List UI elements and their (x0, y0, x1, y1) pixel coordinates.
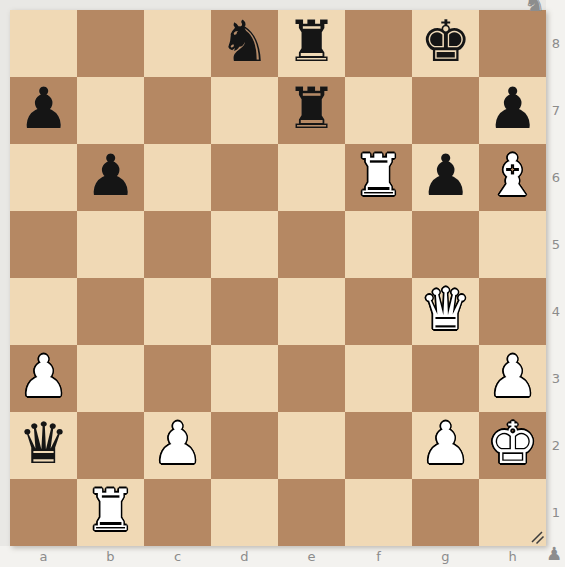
square-a1[interactable] (10, 479, 77, 546)
square-f6[interactable]: ♜ (345, 144, 412, 211)
square-c5[interactable] (144, 211, 211, 278)
square-b2[interactable] (77, 412, 144, 479)
rank-label-3: 3 (548, 345, 564, 412)
square-f3[interactable] (345, 345, 412, 412)
white-bishop-h6[interactable]: ♝ (487, 142, 538, 209)
black-queen-a2[interactable]: ♛ (18, 410, 69, 477)
square-f4[interactable] (345, 278, 412, 345)
square-g1[interactable] (412, 479, 479, 546)
white-rook-b1[interactable]: ♜ (85, 477, 136, 544)
square-c4[interactable] (144, 278, 211, 345)
square-g4[interactable]: ♛ (412, 278, 479, 345)
white-rook-f6[interactable]: ♜ (353, 142, 404, 209)
square-g3[interactable] (412, 345, 479, 412)
square-c6[interactable] (144, 144, 211, 211)
file-label-h: h (479, 546, 546, 566)
file-label-d: d (211, 546, 278, 566)
square-c7[interactable] (144, 77, 211, 144)
chess-app-screen: ♞♜♚♟♜♟♟♜♟♝♛♟♟♛♟♟♚♜ ♞ ♟ 87654321abcdefgh (0, 0, 565, 567)
square-h5[interactable] (479, 211, 546, 278)
square-h3[interactable]: ♟ (479, 345, 546, 412)
file-label-a: a (10, 546, 77, 566)
rank-label-5: 5 (548, 211, 564, 278)
square-a8[interactable] (10, 10, 77, 77)
white-pawn-g2[interactable]: ♟ (420, 410, 471, 477)
square-d5[interactable] (211, 211, 278, 278)
black-rook-e8[interactable]: ♜ (286, 8, 337, 75)
square-b8[interactable] (77, 10, 144, 77)
rank-label-2: 2 (548, 412, 564, 479)
board-resize-handle[interactable] (529, 529, 545, 545)
square-a4[interactable] (10, 278, 77, 345)
square-a3[interactable]: ♟ (10, 345, 77, 412)
square-a5[interactable] (10, 211, 77, 278)
square-f8[interactable] (345, 10, 412, 77)
file-label-g: g (412, 546, 479, 566)
square-c1[interactable] (144, 479, 211, 546)
black-pawn-b6[interactable]: ♟ (85, 142, 136, 209)
white-pawn-h3[interactable]: ♟ (487, 343, 538, 410)
file-label-f: f (345, 546, 412, 566)
square-e7[interactable]: ♜ (278, 77, 345, 144)
black-knight-d8[interactable]: ♞ (219, 8, 270, 75)
square-f1[interactable] (345, 479, 412, 546)
white-king-h2[interactable]: ♚ (487, 410, 538, 477)
square-e6[interactable] (278, 144, 345, 211)
square-f2[interactable] (345, 412, 412, 479)
square-b3[interactable] (77, 345, 144, 412)
square-b5[interactable] (77, 211, 144, 278)
square-b7[interactable] (77, 77, 144, 144)
square-g5[interactable] (412, 211, 479, 278)
square-e4[interactable] (278, 278, 345, 345)
rank-label-4: 4 (548, 278, 564, 345)
chess-board: ♞♜♚♟♜♟♟♜♟♝♛♟♟♛♟♟♚♜ (10, 10, 546, 546)
rank-label-7: 7 (548, 77, 564, 144)
file-label-e: e (278, 546, 345, 566)
black-pawn-a7[interactable]: ♟ (18, 75, 69, 142)
square-d6[interactable] (211, 144, 278, 211)
white-queen-g4[interactable]: ♛ (420, 276, 471, 343)
square-g7[interactable] (412, 77, 479, 144)
square-h6[interactable]: ♝ (479, 144, 546, 211)
square-h4[interactable] (479, 278, 546, 345)
square-d3[interactable] (211, 345, 278, 412)
square-f7[interactable] (345, 77, 412, 144)
black-pawn-g6[interactable]: ♟ (420, 142, 471, 209)
square-b4[interactable] (77, 278, 144, 345)
black-rook-e7[interactable]: ♜ (286, 75, 337, 142)
file-label-c: c (144, 546, 211, 566)
square-g6[interactable]: ♟ (412, 144, 479, 211)
square-h2[interactable]: ♚ (479, 412, 546, 479)
square-a6[interactable] (10, 144, 77, 211)
square-b6[interactable]: ♟ (77, 144, 144, 211)
square-a7[interactable]: ♟ (10, 77, 77, 144)
black-pawn-h7[interactable]: ♟ (487, 75, 538, 142)
square-e3[interactable] (278, 345, 345, 412)
square-c2[interactable]: ♟ (144, 412, 211, 479)
square-e5[interactable] (278, 211, 345, 278)
black-king-g8[interactable]: ♚ (420, 8, 471, 75)
square-b1[interactable]: ♜ (77, 479, 144, 546)
square-h8[interactable] (479, 10, 546, 77)
rank-label-1: 1 (548, 479, 564, 546)
square-d8[interactable]: ♞ (211, 10, 278, 77)
square-c8[interactable] (144, 10, 211, 77)
square-d7[interactable] (211, 77, 278, 144)
square-e2[interactable] (278, 412, 345, 479)
square-g8[interactable]: ♚ (412, 10, 479, 77)
square-e1[interactable] (278, 479, 345, 546)
rank-label-6: 6 (548, 144, 564, 211)
pawn-icon: ♟ (544, 543, 564, 565)
knight-icon: ♞ (524, 0, 546, 15)
square-a2[interactable]: ♛ (10, 412, 77, 479)
white-pawn-a3[interactable]: ♟ (18, 343, 69, 410)
square-e8[interactable]: ♜ (278, 10, 345, 77)
square-f5[interactable] (345, 211, 412, 278)
square-h7[interactable]: ♟ (479, 77, 546, 144)
square-d4[interactable] (211, 278, 278, 345)
white-pawn-c2[interactable]: ♟ (152, 410, 203, 477)
square-g2[interactable]: ♟ (412, 412, 479, 479)
file-label-b: b (77, 546, 144, 566)
rank-label-8: 8 (548, 10, 564, 77)
square-c3[interactable] (144, 345, 211, 412)
square-d2[interactable] (211, 412, 278, 479)
square-d1[interactable] (211, 479, 278, 546)
